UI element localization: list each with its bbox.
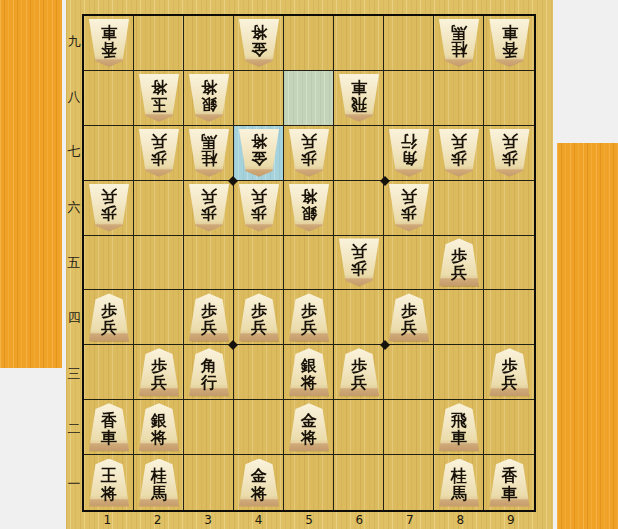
piece-kanji: 銀将	[301, 187, 317, 222]
file-label: 8	[435, 511, 485, 528]
piece-kanji: 歩兵	[151, 357, 167, 392]
board-cell[interactable]	[384, 16, 434, 71]
board-cell[interactable]	[334, 126, 384, 181]
shogi-piece-歩兵[interactable]: 歩兵	[389, 184, 430, 232]
board-cell[interactable]	[384, 400, 434, 455]
piece-kanji: 香車	[502, 467, 518, 502]
piece-kanji: 金将	[251, 467, 267, 502]
piece-kanji: 歩兵	[502, 132, 518, 167]
board-cell[interactable]	[384, 455, 434, 510]
piece-kanji: 香車	[101, 23, 117, 58]
board-cell[interactable]: 飛車	[334, 71, 384, 126]
piece-kanji: 歩兵	[251, 187, 267, 222]
board-cell[interactable]: 金将	[234, 16, 284, 71]
board-cell[interactable]	[184, 236, 234, 291]
rank-labels: 九八七六五四三二一	[66, 14, 82, 512]
shogi-piece-香車[interactable]: 香車	[489, 459, 530, 507]
board-cell[interactable]	[284, 455, 334, 510]
piece-kanji: 金将	[301, 412, 317, 447]
piece-kanji: 歩兵	[101, 302, 117, 337]
piece-kanji: 歩兵	[201, 302, 217, 337]
piece-kanji: 香車	[502, 23, 518, 58]
board-cell[interactable]: 歩兵	[284, 126, 334, 181]
shogi-piece-歩兵[interactable]: 歩兵	[89, 293, 130, 341]
shogi-piece-銀将[interactable]: 銀将	[289, 184, 330, 232]
shogi-piece-歩兵[interactable]: 歩兵	[389, 293, 430, 341]
shogi-piece-角行[interactable]: 角行	[189, 348, 230, 396]
board-cell[interactable]	[434, 71, 484, 126]
shogi-piece-香車[interactable]: 香車	[89, 403, 130, 451]
board-cell[interactable]	[434, 345, 484, 400]
piece-kanji: 金将	[251, 23, 267, 58]
board-cell[interactable]	[384, 71, 434, 126]
board-cell[interactable]: 銀将	[134, 400, 184, 455]
piece-kanji: 歩兵	[301, 132, 317, 167]
shogi-piece-桂馬[interactable]: 桂馬	[189, 129, 230, 177]
board-cell[interactable]	[84, 236, 134, 291]
board-cell[interactable]: 桂馬	[434, 455, 484, 510]
piece-kanji: 歩兵	[502, 357, 518, 392]
shogi-piece-玉将[interactable]: 玉将	[139, 74, 180, 122]
board-cell[interactable]: 香車	[484, 16, 534, 71]
board-cell[interactable]	[84, 126, 134, 181]
board-cell[interactable]	[484, 181, 534, 236]
board-cell[interactable]: 歩兵	[134, 126, 184, 181]
file-label: 9	[486, 511, 536, 528]
file-label: 1	[82, 511, 132, 528]
piece-kanji: 角行	[201, 357, 217, 392]
shogi-piece-金将[interactable]: 金将	[239, 129, 280, 177]
board-cell[interactable]	[384, 345, 434, 400]
shogi-piece-歩兵[interactable]: 歩兵	[289, 129, 330, 177]
shogi-piece-金将[interactable]: 金将	[289, 403, 330, 451]
board-cell[interactable]: 歩兵	[334, 345, 384, 400]
board-cell[interactable]	[134, 236, 184, 291]
shogi-piece-香車[interactable]: 香車	[489, 19, 530, 67]
shogi-piece-歩兵[interactable]: 歩兵	[239, 293, 280, 341]
shogi-piece-角行[interactable]: 角行	[389, 129, 430, 177]
board-cell[interactable]: 歩兵	[284, 290, 334, 345]
board-cell-highlight-to[interactable]: 金将	[234, 126, 284, 181]
rank-label: 七	[66, 125, 82, 180]
shogi-piece-飛車[interactable]: 飛車	[439, 403, 480, 451]
piece-kanji: 歩兵	[401, 302, 417, 337]
board-cell[interactable]: 歩兵	[84, 290, 134, 345]
file-label: 5	[284, 511, 334, 528]
board-cell[interactable]	[234, 71, 284, 126]
board-cell[interactable]: 銀将	[184, 71, 234, 126]
board-cell[interactable]: 金将	[234, 455, 284, 510]
board-cell[interactable]: 飛車	[434, 400, 484, 455]
piece-kanji: 飛車	[451, 412, 467, 447]
board-cell[interactable]: 歩兵	[134, 345, 184, 400]
piece-kanji: 歩兵	[251, 302, 267, 337]
shogi-app: 九八七六五四三二一 香車金将桂馬香車玉将銀将飛車歩兵桂馬金将歩兵角行歩兵歩兵歩兵…	[0, 0, 618, 529]
piece-kanji: 桂馬	[451, 23, 467, 58]
board-cell[interactable]	[84, 71, 134, 126]
board-cell[interactable]	[334, 455, 384, 510]
file-labels: 123456789	[82, 511, 536, 528]
piece-kanji: 歩兵	[451, 247, 467, 282]
shogi-piece-歩兵[interactable]: 歩兵	[439, 129, 480, 177]
board-cell[interactable]	[484, 71, 534, 126]
piece-kanji: 銀将	[301, 357, 317, 392]
board-cell[interactable]: 香車	[84, 16, 134, 71]
board-cell[interactable]: 歩兵	[484, 126, 534, 181]
file-label: 6	[334, 511, 384, 528]
board-cell[interactable]: 角行	[384, 126, 434, 181]
file-label: 7	[385, 511, 435, 528]
board-cell[interactable]: 歩兵	[184, 290, 234, 345]
piece-kanji: 歩兵	[151, 132, 167, 167]
board-cell[interactable]	[134, 290, 184, 345]
board-cell[interactable]	[334, 400, 384, 455]
shogi-piece-歩兵[interactable]: 歩兵	[489, 129, 530, 177]
board-cell[interactable]	[134, 181, 184, 236]
board-cell[interactable]	[234, 400, 284, 455]
piece-kanji: 銀将	[201, 78, 217, 113]
board-cell[interactable]	[134, 16, 184, 71]
piece-kanji: 銀将	[151, 412, 167, 447]
board-cell[interactable]: 歩兵	[84, 181, 134, 236]
board-cell[interactable]	[234, 236, 284, 291]
piece-kanji: 桂馬	[151, 467, 167, 502]
shogi-piece-歩兵[interactable]: 歩兵	[339, 348, 380, 396]
rank-label: 二	[66, 401, 82, 456]
board-cell[interactable]: 歩兵	[184, 181, 234, 236]
shogi-piece-王将[interactable]: 王将	[89, 459, 130, 507]
board-cell[interactable]: 角行	[184, 345, 234, 400]
left-side-panel	[0, 0, 62, 368]
board-cell[interactable]	[384, 236, 434, 291]
board-cell[interactable]: 歩兵	[434, 126, 484, 181]
shogi-piece-歩兵[interactable]: 歩兵	[189, 184, 230, 232]
board-grid: 香車金将桂馬香車玉将銀将飛車歩兵桂馬金将歩兵角行歩兵歩兵歩兵歩兵歩兵銀将歩兵歩兵…	[82, 14, 536, 512]
file-label: 4	[233, 511, 283, 528]
shogi-piece-歩兵[interactable]: 歩兵	[339, 238, 380, 286]
shogi-piece-歩兵[interactable]: 歩兵	[439, 238, 480, 286]
board-cell[interactable]	[184, 400, 234, 455]
shogi-piece-歩兵[interactable]: 歩兵	[289, 293, 330, 341]
board-cell[interactable]: 金将	[284, 400, 334, 455]
piece-kanji: 歩兵	[301, 302, 317, 337]
board-cell[interactable]	[434, 181, 484, 236]
piece-kanji: 歩兵	[451, 132, 467, 167]
shogi-piece-歩兵[interactable]: 歩兵	[189, 293, 230, 341]
board-cell[interactable]: 桂馬	[134, 455, 184, 510]
board-cell[interactable]: 歩兵	[334, 236, 384, 291]
board-cell[interactable]: 玉将	[134, 71, 184, 126]
board-cell[interactable]	[334, 181, 384, 236]
piece-kanji: 香車	[101, 412, 117, 447]
shogi-piece-歩兵[interactable]: 歩兵	[139, 348, 180, 396]
board-cell[interactable]: 桂馬	[184, 126, 234, 181]
shogi-piece-桂馬[interactable]: 桂馬	[439, 19, 480, 67]
board-cell[interactable]	[484, 290, 534, 345]
board-cell[interactable]	[434, 290, 484, 345]
piece-kanji: 歩兵	[351, 357, 367, 392]
shogi-piece-飛車[interactable]: 飛車	[339, 74, 380, 122]
board-cell[interactable]: 王将	[84, 455, 134, 510]
shogi-piece-銀将[interactable]: 銀将	[189, 74, 230, 122]
board-cell[interactable]: 歩兵	[234, 290, 284, 345]
piece-kanji: 桂馬	[201, 132, 217, 167]
file-label: 3	[183, 511, 233, 528]
piece-kanji: 角行	[401, 132, 417, 167]
shogi-piece-桂馬[interactable]: 桂馬	[439, 459, 480, 507]
shogi-piece-銀将[interactable]: 銀将	[139, 403, 180, 451]
shogi-piece-銀将[interactable]: 銀将	[289, 348, 330, 396]
rank-label: 四	[66, 291, 82, 346]
shogi-piece-金将[interactable]: 金将	[239, 459, 280, 507]
piece-kanji: 歩兵	[201, 187, 217, 222]
shogi-piece-歩兵[interactable]: 歩兵	[489, 348, 530, 396]
board-cell[interactable]: 香車	[484, 455, 534, 510]
shogi-piece-金将[interactable]: 金将	[239, 19, 280, 67]
board-cell[interactable]	[184, 455, 234, 510]
board-cell[interactable]	[184, 16, 234, 71]
piece-kanji: 歩兵	[351, 242, 367, 277]
board-cell[interactable]: 歩兵	[434, 236, 484, 291]
shogi-board-panel: 九八七六五四三二一 香車金将桂馬香車玉将銀将飛車歩兵桂馬金将歩兵角行歩兵歩兵歩兵…	[66, 0, 553, 529]
board-cell[interactable]	[484, 236, 534, 291]
board-cell[interactable]: 銀将	[284, 181, 334, 236]
board-cell[interactable]	[334, 16, 384, 71]
right-side-panel	[557, 143, 618, 529]
rank-label: 六	[66, 180, 82, 235]
piece-kanji: 王将	[101, 467, 117, 502]
shogi-piece-歩兵[interactable]: 歩兵	[139, 129, 180, 177]
rank-label: 三	[66, 346, 82, 401]
board-cell[interactable]	[484, 400, 534, 455]
shogi-piece-歩兵[interactable]: 歩兵	[89, 184, 130, 232]
piece-kanji: 飛車	[351, 78, 367, 113]
board-cell[interactable]: 歩兵	[384, 290, 434, 345]
board-cell[interactable]: 銀将	[284, 345, 334, 400]
board-cell[interactable]	[84, 345, 134, 400]
board-cell[interactable]: 歩兵	[484, 345, 534, 400]
shogi-piece-桂馬[interactable]: 桂馬	[139, 459, 180, 507]
board-cell[interactable]: 歩兵	[234, 181, 284, 236]
piece-kanji: 歩兵	[401, 187, 417, 222]
board-cell[interactable]	[334, 290, 384, 345]
piece-kanji: 桂馬	[451, 467, 467, 502]
board-cell[interactable]	[234, 345, 284, 400]
board-cell[interactable]	[284, 16, 334, 71]
piece-kanji: 金将	[251, 132, 267, 167]
shogi-piece-歩兵[interactable]: 歩兵	[239, 184, 280, 232]
piece-kanji: 玉将	[151, 78, 167, 113]
shogi-piece-香車[interactable]: 香車	[89, 19, 130, 67]
rank-label: 五	[66, 235, 82, 290]
board-cell[interactable]	[284, 236, 334, 291]
rank-label: 九	[66, 14, 82, 69]
board-cell[interactable]: 香車	[84, 400, 134, 455]
piece-kanji: 歩兵	[101, 187, 117, 222]
board-cell[interactable]: 桂馬	[434, 16, 484, 71]
file-label: 2	[132, 511, 182, 528]
rank-label: 八	[66, 69, 82, 124]
board-cell-highlight-from[interactable]	[284, 71, 334, 126]
rank-label: 一	[66, 457, 82, 512]
board-cell[interactable]: 歩兵	[384, 181, 434, 236]
